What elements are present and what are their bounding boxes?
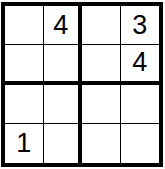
cell-r2c4[interactable]: 4: [121, 45, 160, 84]
cell-r1c2[interactable]: 4: [44, 6, 83, 45]
cell-r3c1[interactable]: [5, 85, 44, 124]
cell-r4c1[interactable]: 1: [5, 124, 44, 163]
cell-r1c4[interactable]: 3: [121, 6, 160, 45]
sudoku-board: 4 3 4 1: [1, 2, 163, 167]
cell-r3c3[interactable]: [82, 85, 121, 124]
cell-r1c1[interactable]: [5, 6, 44, 45]
cell-r3c4[interactable]: [121, 85, 160, 124]
cell-r2c1[interactable]: [5, 45, 44, 84]
cell-r2c2[interactable]: [44, 45, 83, 84]
cell-r4c4[interactable]: [121, 124, 160, 163]
cell-r4c2[interactable]: [44, 124, 83, 163]
cell-r3c2[interactable]: [44, 85, 83, 124]
cell-r4c3[interactable]: [82, 124, 121, 163]
cell-r1c3[interactable]: [82, 6, 121, 45]
cell-r2c3[interactable]: [82, 45, 121, 84]
